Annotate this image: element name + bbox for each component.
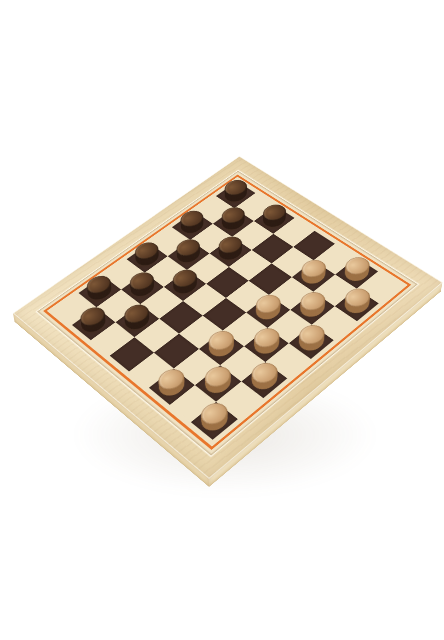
piece-light-h2[interactable] [340, 261, 373, 285]
piece-dark-b6[interactable] [121, 308, 154, 333]
piece-light-g3[interactable] [297, 264, 330, 288]
piece-dark-b8[interactable] [84, 280, 116, 304]
piece-dark-d6[interactable] [169, 273, 202, 297]
photo-stage [0, 0, 444, 640]
